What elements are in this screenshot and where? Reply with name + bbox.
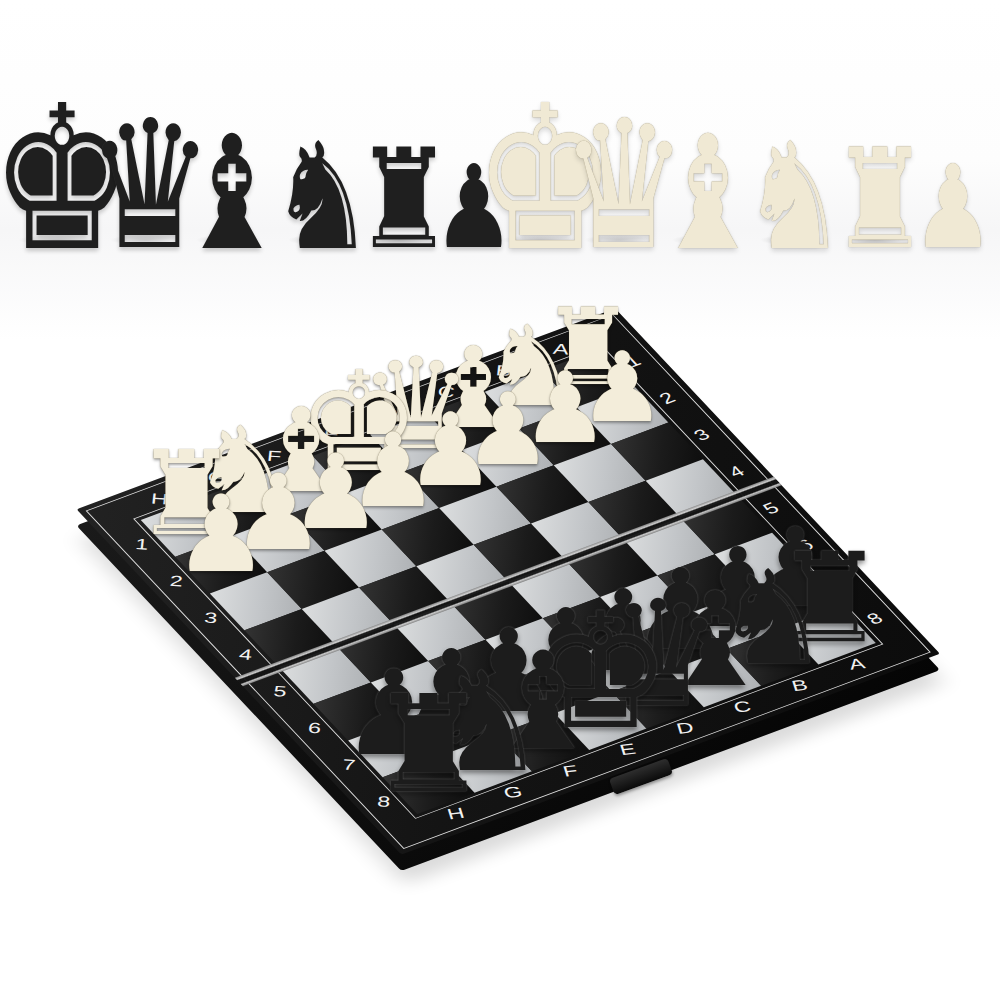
piece-white-pawn-h2: ♟ bbox=[174, 481, 269, 587]
chess-set-product-photo: ♚♛♝♞♜♟♚♛♝♞♜♟ HGFEDCBA HGFEDCBA 12345678 … bbox=[0, 0, 1000, 1000]
piece-black-rook-h8: ♜ bbox=[368, 678, 488, 812]
lineup-white-pawn: ♟ bbox=[912, 150, 994, 265]
